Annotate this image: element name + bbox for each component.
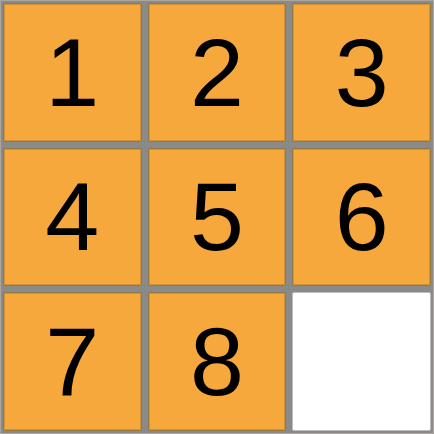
- tile-8[interactable]: 8: [148, 292, 287, 431]
- tile-7[interactable]: 7: [3, 292, 142, 431]
- tile-2[interactable]: 2: [148, 3, 287, 142]
- empty-cell: [292, 292, 431, 431]
- tile-3[interactable]: 3: [292, 3, 431, 142]
- tile-4[interactable]: 4: [3, 148, 142, 287]
- tile-6[interactable]: 6: [292, 148, 431, 287]
- sliding-puzzle-board: 1 2 3 4 5 6 7 8: [0, 0, 434, 434]
- tile-1[interactable]: 1: [3, 3, 142, 142]
- tile-5[interactable]: 5: [148, 148, 287, 287]
